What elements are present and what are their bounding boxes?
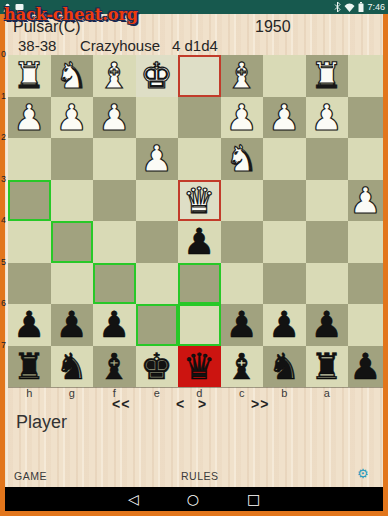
square-h6[interactable] xyxy=(8,263,51,305)
square-c7[interactable]: ♟ xyxy=(221,304,264,346)
square-e7[interactable] xyxy=(136,304,179,346)
square-c5[interactable] xyxy=(221,221,264,263)
nav-last-button[interactable]: >> xyxy=(251,396,269,412)
square-h3[interactable] xyxy=(8,138,51,180)
pocket-square-4[interactable]: ♟ xyxy=(348,180,383,222)
square-b3[interactable] xyxy=(263,138,306,180)
square-h4[interactable] xyxy=(8,180,51,222)
white-bishop: ♝ xyxy=(98,55,130,96)
white-pawn: ♟ xyxy=(98,97,130,138)
square-d8[interactable]: ♛ xyxy=(178,346,221,388)
pocket-square-5[interactable] xyxy=(348,221,383,263)
square-d6[interactable] xyxy=(178,263,221,305)
white-pawn: ♟ xyxy=(226,97,258,138)
black-king: ♚ xyxy=(141,346,173,387)
android-back-icon[interactable]: ◁ xyxy=(128,487,139,511)
rank-label-5: 5 xyxy=(1,257,8,267)
square-b2[interactable]: ♟ xyxy=(263,97,306,139)
pocket-square-7[interactable] xyxy=(348,304,383,346)
white-pawn: ♟ xyxy=(13,97,45,138)
white-pawn: ♟ xyxy=(268,97,300,138)
battery-icon xyxy=(358,2,364,12)
square-f4[interactable] xyxy=(93,180,136,222)
square-g2[interactable]: ♟ xyxy=(51,97,94,139)
file-label-a: a xyxy=(306,387,349,399)
square-g8[interactable]: ♞ xyxy=(51,346,94,388)
white-knight: ♞ xyxy=(226,138,258,179)
android-nav-bar: ◁ ○ □ xyxy=(5,487,383,511)
square-a1[interactable]: ♜ xyxy=(306,55,349,97)
android-recents-icon[interactable]: □ xyxy=(247,487,260,511)
rank-label-1: 1 xyxy=(1,91,8,101)
black-pawn: ♟ xyxy=(349,346,381,387)
square-f8[interactable]: ♝ xyxy=(93,346,136,388)
black-pawn: ♟ xyxy=(183,221,215,262)
square-f7[interactable]: ♟ xyxy=(93,304,136,346)
rank-label-6: 6 xyxy=(1,298,8,308)
square-f3[interactable] xyxy=(93,138,136,180)
square-g5[interactable] xyxy=(51,221,94,263)
square-a4[interactable] xyxy=(306,180,349,222)
square-b7[interactable]: ♟ xyxy=(263,304,306,346)
status-right-icons: 7:46 xyxy=(334,2,385,12)
square-h5[interactable] xyxy=(8,221,51,263)
square-a2[interactable]: ♟ xyxy=(306,97,349,139)
nav-first-button[interactable]: << xyxy=(112,396,130,412)
material-score: 38-38 xyxy=(18,37,56,54)
game-menu-button[interactable]: GAME xyxy=(14,470,47,482)
wifi-icon xyxy=(344,3,355,12)
black-knight: ♞ xyxy=(56,346,88,387)
rank-label-3: 3 xyxy=(1,174,8,184)
square-h7[interactable]: ♟ xyxy=(8,304,51,346)
square-a5[interactable] xyxy=(306,221,349,263)
square-g3[interactable] xyxy=(51,138,94,180)
android-home-icon[interactable]: ○ xyxy=(187,487,199,511)
black-queen: ♛ xyxy=(183,346,215,387)
variant-name: Crazyhouse xyxy=(80,37,160,54)
square-c3[interactable]: ♞ xyxy=(221,138,264,180)
bluetooth-icon xyxy=(334,2,341,12)
square-b6[interactable] xyxy=(263,263,306,305)
white-rook: ♜ xyxy=(311,55,343,96)
square-e4[interactable] xyxy=(136,180,179,222)
file-label-b: b xyxy=(263,387,306,399)
chess-board: ♜♞♝♚♝♜♟♟♟♟♟♟♟♞♛♟♟♟♟♟♟♟♟♜♞♝♚♛♝♞♜♟ xyxy=(8,55,383,387)
square-b1[interactable] xyxy=(263,55,306,97)
square-d4[interactable]: ♛ xyxy=(178,180,221,222)
file-label-h: h xyxy=(8,387,51,399)
square-b5[interactable] xyxy=(263,221,306,263)
square-c8[interactable]: ♝ xyxy=(221,346,264,388)
square-f2[interactable]: ♟ xyxy=(93,97,136,139)
frame-bottom-edge xyxy=(0,511,388,516)
square-g1[interactable]: ♞ xyxy=(51,55,94,97)
black-rook: ♜ xyxy=(311,346,343,387)
square-c1[interactable]: ♝ xyxy=(221,55,264,97)
white-queen: ♛ xyxy=(183,180,215,221)
nav-prev-button[interactable]: < xyxy=(176,396,185,412)
square-c2[interactable]: ♟ xyxy=(221,97,264,139)
file-label-g: g xyxy=(51,387,94,399)
watermark-text: hack-cheat.org xyxy=(4,5,138,24)
white-bishop: ♝ xyxy=(226,55,258,96)
square-e5[interactable] xyxy=(136,221,179,263)
white-knight: ♞ xyxy=(56,55,88,96)
square-d2[interactable] xyxy=(178,97,221,139)
square-c4[interactable] xyxy=(221,180,264,222)
square-d7[interactable] xyxy=(178,304,221,346)
square-a3[interactable] xyxy=(306,138,349,180)
square-f1[interactable]: ♝ xyxy=(93,55,136,97)
pocket-square-3[interactable] xyxy=(348,138,383,180)
clock-time: 7:46 xyxy=(367,2,385,12)
square-e2[interactable] xyxy=(136,97,179,139)
black-pawn: ♟ xyxy=(98,304,130,345)
square-f6[interactable] xyxy=(93,263,136,305)
rank-label-4: 4 xyxy=(1,215,8,225)
settings-gear-icon[interactable]: ⚙ xyxy=(357,466,369,481)
rank-label-7: 7 xyxy=(1,340,8,350)
last-move-label: 4 d1d4 xyxy=(172,37,218,54)
pocket-square-8[interactable]: ♟ xyxy=(348,346,383,388)
white-pawn: ♟ xyxy=(141,138,173,179)
pocket-square-2[interactable] xyxy=(348,97,383,139)
square-e6[interactable] xyxy=(136,263,179,305)
pocket-square-6[interactable] xyxy=(348,263,383,305)
black-bishop: ♝ xyxy=(98,346,130,387)
white-pawn: ♟ xyxy=(349,180,381,221)
square-g6[interactable] xyxy=(51,263,94,305)
square-e3[interactable]: ♟ xyxy=(136,138,179,180)
rules-menu-button[interactable]: RULES xyxy=(181,470,219,482)
white-king: ♚ xyxy=(141,55,173,96)
square-b8[interactable]: ♞ xyxy=(263,346,306,388)
square-e1[interactable]: ♚ xyxy=(136,55,179,97)
black-rook: ♜ xyxy=(13,346,45,387)
file-label-e: e xyxy=(136,387,179,399)
rank-label-2: 2 xyxy=(1,132,8,142)
player-label: Player xyxy=(16,412,67,433)
black-pawn: ♟ xyxy=(56,304,88,345)
square-h1[interactable]: ♜ xyxy=(8,55,51,97)
white-pawn: ♟ xyxy=(311,97,343,138)
frame-right-edge xyxy=(383,14,388,516)
white-pawn: ♟ xyxy=(56,97,88,138)
black-pawn: ♟ xyxy=(311,304,343,345)
square-a7[interactable]: ♟ xyxy=(306,304,349,346)
square-e8[interactable]: ♚ xyxy=(136,346,179,388)
black-pawn: ♟ xyxy=(226,304,258,345)
black-knight: ♞ xyxy=(268,346,300,387)
square-c6[interactable] xyxy=(221,263,264,305)
nav-next-button[interactable]: > xyxy=(198,396,207,412)
square-g7[interactable]: ♟ xyxy=(51,304,94,346)
pocket-square-1[interactable] xyxy=(348,55,383,97)
square-a6[interactable] xyxy=(306,263,349,305)
white-rook: ♜ xyxy=(13,55,45,96)
black-pawn: ♟ xyxy=(268,304,300,345)
square-h2[interactable]: ♟ xyxy=(8,97,51,139)
square-d5[interactable]: ♟ xyxy=(178,221,221,263)
square-d3[interactable] xyxy=(178,138,221,180)
engine-rating: 1950 xyxy=(255,18,291,36)
square-b4[interactable] xyxy=(263,180,306,222)
square-f5[interactable] xyxy=(93,221,136,263)
square-g4[interactable] xyxy=(51,180,94,222)
square-d1[interactable] xyxy=(178,55,221,97)
rank-label-0: 0 xyxy=(1,49,8,59)
black-pawn: ♟ xyxy=(13,304,45,345)
square-a8[interactable]: ♜ xyxy=(306,346,349,388)
square-h8[interactable]: ♜ xyxy=(8,346,51,388)
black-bishop: ♝ xyxy=(226,346,258,387)
screen: 7:46 hack-cheat.org Pulsar(C) 1950 38-38… xyxy=(0,0,388,516)
